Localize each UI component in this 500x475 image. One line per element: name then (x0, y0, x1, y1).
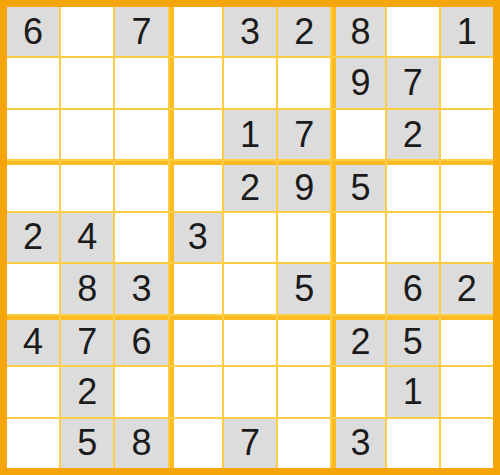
cell-r3c2[interactable] (61, 110, 113, 159)
cell-r9c8[interactable] (387, 419, 439, 468)
cell-r1c1[interactable]: 6 (7, 7, 59, 56)
cell-r8c1[interactable] (7, 367, 59, 416)
cell-r3c4[interactable] (170, 110, 222, 159)
cell-r6c5[interactable] (224, 264, 276, 313)
cell-r7c7[interactable]: 2 (332, 316, 384, 365)
cell-r4c6[interactable]: 9 (278, 161, 330, 210)
cell-r2c5[interactable] (224, 58, 276, 107)
cell-r6c8[interactable]: 6 (387, 264, 439, 313)
cell-r1c2[interactable] (61, 7, 113, 56)
cell-r6c1[interactable] (7, 264, 59, 313)
cell-r2c9[interactable] (441, 58, 493, 107)
cell-r9c4[interactable] (170, 419, 222, 468)
cell-r2c3[interactable] (115, 58, 167, 107)
cell-r4c3[interactable] (115, 161, 167, 210)
cell-r7c6[interactable] (278, 316, 330, 365)
cell-r2c8[interactable]: 7 (387, 58, 439, 107)
cell-r3c1[interactable] (7, 110, 59, 159)
cell-r3c5[interactable]: 1 (224, 110, 276, 159)
cell-r2c1[interactable] (7, 58, 59, 107)
cell-r8c3[interactable] (115, 367, 167, 416)
cell-r9c9[interactable] (441, 419, 493, 468)
cell-r2c2[interactable] (61, 58, 113, 107)
cell-r9c5[interactable]: 7 (224, 419, 276, 468)
cell-r4c9[interactable] (441, 161, 493, 210)
cell-r8c4[interactable] (170, 367, 222, 416)
cell-r5c4[interactable]: 3 (170, 213, 222, 262)
cell-r1c8[interactable] (387, 7, 439, 56)
sudoku-board: 673281971722952438356247625215873 (0, 0, 500, 475)
cell-r5c9[interactable] (441, 213, 493, 262)
cell-r7c2[interactable]: 7 (61, 316, 113, 365)
cell-r1c6[interactable]: 2 (278, 7, 330, 56)
cell-r3c9[interactable] (441, 110, 493, 159)
cell-r1c9[interactable]: 1 (441, 7, 493, 56)
cell-r7c3[interactable]: 6 (115, 316, 167, 365)
cell-r5c1[interactable]: 2 (7, 213, 59, 262)
cell-r9c3[interactable]: 8 (115, 419, 167, 468)
cell-r4c5[interactable]: 2 (224, 161, 276, 210)
cell-r7c8[interactable]: 5 (387, 316, 439, 365)
cell-r5c3[interactable] (115, 213, 167, 262)
cell-r3c6[interactable]: 7 (278, 110, 330, 159)
cell-r7c5[interactable] (224, 316, 276, 365)
cell-r7c1[interactable]: 4 (7, 316, 59, 365)
cell-r1c5[interactable]: 3 (224, 7, 276, 56)
cell-r5c7[interactable] (332, 213, 384, 262)
cell-r7c4[interactable] (170, 316, 222, 365)
cell-r4c1[interactable] (7, 161, 59, 210)
cell-r8c6[interactable] (278, 367, 330, 416)
cell-r4c4[interactable] (170, 161, 222, 210)
cell-r6c2[interactable]: 8 (61, 264, 113, 313)
cell-r8c7[interactable] (332, 367, 384, 416)
cell-r8c9[interactable] (441, 367, 493, 416)
cell-r1c3[interactable]: 7 (115, 7, 167, 56)
cell-r4c7[interactable]: 5 (332, 161, 384, 210)
cell-r9c1[interactable] (7, 419, 59, 468)
cell-r6c7[interactable] (332, 264, 384, 313)
cell-r5c5[interactable] (224, 213, 276, 262)
cell-r1c4[interactable] (170, 7, 222, 56)
cell-r5c6[interactable] (278, 213, 330, 262)
cell-r2c4[interactable] (170, 58, 222, 107)
cell-r1c7[interactable]: 8 (332, 7, 384, 56)
cell-r9c7[interactable]: 3 (332, 419, 384, 468)
cell-r8c2[interactable]: 2 (61, 367, 113, 416)
cell-r8c8[interactable]: 1 (387, 367, 439, 416)
cell-r9c6[interactable] (278, 419, 330, 468)
cell-r6c3[interactable]: 3 (115, 264, 167, 313)
cell-r5c8[interactable] (387, 213, 439, 262)
cell-r8c5[interactable] (224, 367, 276, 416)
cell-r3c3[interactable] (115, 110, 167, 159)
cell-r9c2[interactable]: 5 (61, 419, 113, 468)
cell-r2c7[interactable]: 9 (332, 58, 384, 107)
cell-r6c6[interactable]: 5 (278, 264, 330, 313)
cell-r3c7[interactable] (332, 110, 384, 159)
cell-r6c4[interactable] (170, 264, 222, 313)
cell-r4c2[interactable] (61, 161, 113, 210)
cell-r6c9[interactable]: 2 (441, 264, 493, 313)
cell-r3c8[interactable]: 2 (387, 110, 439, 159)
cell-r2c6[interactable] (278, 58, 330, 107)
cell-r4c8[interactable] (387, 161, 439, 210)
cell-r7c9[interactable] (441, 316, 493, 365)
cell-r5c2[interactable]: 4 (61, 213, 113, 262)
